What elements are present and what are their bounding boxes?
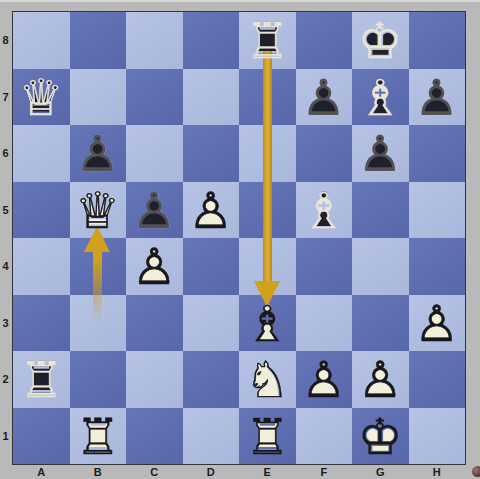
white-rook-glyph-outline: ♖ bbox=[239, 409, 296, 466]
piece-black-bishop-f5[interactable]: ♝♗ bbox=[296, 182, 353, 239]
piece-white-queen-b5[interactable]: ♛♕ bbox=[70, 182, 127, 239]
black-bishop-glyph-outline: ♗ bbox=[352, 70, 409, 127]
file-label-b: B bbox=[70, 465, 127, 479]
piece-white-king-g1[interactable]: ♚♔ bbox=[352, 408, 409, 465]
rank-label-7: 7 bbox=[0, 69, 11, 126]
square-d6[interactable] bbox=[183, 125, 240, 182]
rank-label-5: 5 bbox=[0, 182, 11, 239]
square-h5[interactable] bbox=[409, 182, 466, 239]
black-queen-glyph-outline: ♕ bbox=[13, 70, 70, 127]
square-a6[interactable] bbox=[13, 125, 70, 182]
square-f6[interactable] bbox=[296, 125, 353, 182]
white-rook-glyph-outline: ♖ bbox=[70, 409, 127, 466]
piece-black-rook-a2[interactable]: ♜♖ bbox=[13, 351, 70, 408]
square-d2[interactable] bbox=[183, 351, 240, 408]
square-h1[interactable] bbox=[409, 408, 466, 465]
piece-black-queen-a7[interactable]: ♛♕ bbox=[13, 69, 70, 126]
file-label-e: E bbox=[239, 465, 296, 479]
white-queen-glyph-outline: ♕ bbox=[70, 183, 127, 240]
square-c8[interactable] bbox=[126, 12, 183, 69]
frame-highlight bbox=[0, 0, 480, 2]
square-g3[interactable] bbox=[352, 295, 409, 352]
rank-label-1: 1 bbox=[0, 408, 11, 465]
file-label-a: A bbox=[13, 465, 70, 479]
piece-white-rook-e1[interactable]: ♜♖ bbox=[239, 408, 296, 465]
square-c3[interactable] bbox=[126, 295, 183, 352]
square-c1[interactable] bbox=[126, 408, 183, 465]
square-b2[interactable] bbox=[70, 351, 127, 408]
square-b3[interactable] bbox=[70, 295, 127, 352]
square-d1[interactable] bbox=[183, 408, 240, 465]
square-b4[interactable] bbox=[70, 238, 127, 295]
piece-black-pawn-c5[interactable]: ♟♙ bbox=[126, 182, 183, 239]
square-a5[interactable] bbox=[13, 182, 70, 239]
square-f1[interactable] bbox=[296, 408, 353, 465]
piece-black-pawn-g6[interactable]: ♟♙ bbox=[352, 125, 409, 182]
square-c2[interactable] bbox=[126, 351, 183, 408]
white-pawn-glyph-outline: ♙ bbox=[352, 352, 409, 409]
square-f4[interactable] bbox=[296, 238, 353, 295]
square-h8[interactable] bbox=[409, 12, 466, 69]
white-knight-glyph-outline: ♘ bbox=[239, 352, 296, 409]
piece-white-pawn-h3[interactable]: ♟♙ bbox=[409, 295, 466, 352]
square-d8[interactable] bbox=[183, 12, 240, 69]
piece-black-pawn-h7[interactable]: ♟♙ bbox=[409, 69, 466, 126]
square-h6[interactable] bbox=[409, 125, 466, 182]
white-bishop-glyph-outline: ♗ bbox=[239, 296, 296, 353]
black-pawn-glyph-outline: ♙ bbox=[296, 70, 353, 127]
square-g5[interactable] bbox=[352, 182, 409, 239]
square-e5[interactable] bbox=[239, 182, 296, 239]
black-pawn-glyph-outline: ♙ bbox=[70, 126, 127, 183]
piece-black-rook-e8[interactable]: ♜♖ bbox=[239, 12, 296, 69]
piece-white-bishop-e3[interactable]: ♝♗ bbox=[239, 295, 296, 352]
square-e6[interactable] bbox=[239, 125, 296, 182]
rank-label-4: 4 bbox=[0, 238, 11, 295]
file-label-h: H bbox=[409, 465, 466, 479]
piece-black-pawn-f7[interactable]: ♟♙ bbox=[296, 69, 353, 126]
square-h4[interactable] bbox=[409, 238, 466, 295]
black-king-glyph-outline: ♔ bbox=[352, 13, 409, 70]
square-c7[interactable] bbox=[126, 69, 183, 126]
file-label-g: G bbox=[352, 465, 409, 479]
black-rook-glyph-outline: ♖ bbox=[239, 13, 296, 70]
file-label-d: D bbox=[183, 465, 240, 479]
square-c6[interactable] bbox=[126, 125, 183, 182]
square-f8[interactable] bbox=[296, 12, 353, 69]
square-a4[interactable] bbox=[13, 238, 70, 295]
black-bishop-glyph-outline: ♗ bbox=[296, 183, 353, 240]
black-rook-glyph-outline: ♖ bbox=[13, 352, 70, 409]
piece-white-pawn-f2[interactable]: ♟♙ bbox=[296, 351, 353, 408]
rank-label-2: 2 bbox=[0, 351, 11, 408]
square-b8[interactable] bbox=[70, 12, 127, 69]
piece-white-pawn-d5[interactable]: ♟♙ bbox=[183, 182, 240, 239]
square-d4[interactable] bbox=[183, 238, 240, 295]
rank-label-6: 6 bbox=[0, 125, 11, 182]
piece-black-bishop-g7[interactable]: ♝♗ bbox=[352, 69, 409, 126]
piece-white-pawn-g2[interactable]: ♟♙ bbox=[352, 351, 409, 408]
rank-label-3: 3 bbox=[0, 295, 11, 352]
rank-label-8: 8 bbox=[0, 12, 11, 69]
chess-app-frame: ♜♖♚♔♛♕♟♙♝♗♟♙♟♙♟♙♛♕♟♙♟♙♝♗♟♙♝♗♟♙♜♖♞♘♟♙♟♙♜♖… bbox=[0, 0, 480, 479]
square-a8[interactable] bbox=[13, 12, 70, 69]
square-g4[interactable] bbox=[352, 238, 409, 295]
square-a1[interactable] bbox=[13, 408, 70, 465]
white-pawn-glyph-outline: ♙ bbox=[409, 296, 466, 353]
piece-white-rook-b1[interactable]: ♜♖ bbox=[70, 408, 127, 465]
corner-grip-dot bbox=[472, 466, 480, 477]
square-e4[interactable] bbox=[239, 238, 296, 295]
white-king-glyph-outline: ♔ bbox=[352, 409, 409, 466]
piece-black-pawn-b6[interactable]: ♟♙ bbox=[70, 125, 127, 182]
white-pawn-glyph-outline: ♙ bbox=[126, 239, 183, 296]
black-pawn-glyph-outline: ♙ bbox=[126, 183, 183, 240]
square-d7[interactable] bbox=[183, 69, 240, 126]
piece-white-pawn-c4[interactable]: ♟♙ bbox=[126, 238, 183, 295]
white-pawn-glyph-outline: ♙ bbox=[296, 352, 353, 409]
file-label-c: C bbox=[126, 465, 183, 479]
square-e7[interactable] bbox=[239, 69, 296, 126]
white-pawn-glyph-outline: ♙ bbox=[183, 183, 240, 240]
piece-black-king-g8[interactable]: ♚♔ bbox=[352, 12, 409, 69]
square-f3[interactable] bbox=[296, 295, 353, 352]
black-pawn-glyph-outline: ♙ bbox=[409, 70, 466, 127]
black-pawn-glyph-outline: ♙ bbox=[352, 126, 409, 183]
square-b7[interactable] bbox=[70, 69, 127, 126]
piece-white-knight-e2[interactable]: ♞♘ bbox=[239, 351, 296, 408]
square-h2[interactable] bbox=[409, 351, 466, 408]
square-a3[interactable] bbox=[13, 295, 70, 352]
file-label-f: F bbox=[296, 465, 353, 479]
square-d3[interactable] bbox=[183, 295, 240, 352]
